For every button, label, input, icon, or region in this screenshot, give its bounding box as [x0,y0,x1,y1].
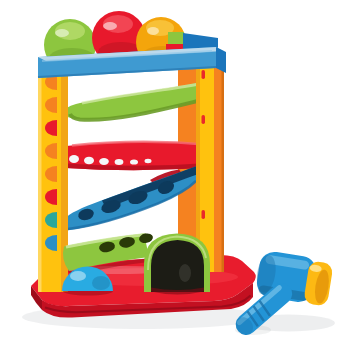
arch-inner-glint [179,264,191,282]
red-ramp-hole [84,157,94,165]
red-ramp-hole [69,155,79,163]
red-ball-highlight [103,22,117,30]
pound-ball-highlight [70,271,86,281]
red-ramp-hole [99,158,109,165]
left-post-highlight [38,58,42,292]
red-ramp-hole [145,159,152,163]
pound-ball-shade [92,276,110,290]
red-ramp [62,142,217,171]
right-post-slot [202,70,206,79]
right-post-slot [202,115,206,124]
right-post-slot [202,210,206,219]
right-post [196,50,224,272]
toy-scene [0,0,350,350]
orange-ball-highlight [147,27,159,35]
red-ramp-hole [130,159,138,164]
green-ball-highlight [55,29,69,37]
arch-interior [151,240,204,292]
red-ramp-hole [115,159,124,165]
toy-product-photo [0,0,350,350]
right-post-side-edge [222,52,225,272]
